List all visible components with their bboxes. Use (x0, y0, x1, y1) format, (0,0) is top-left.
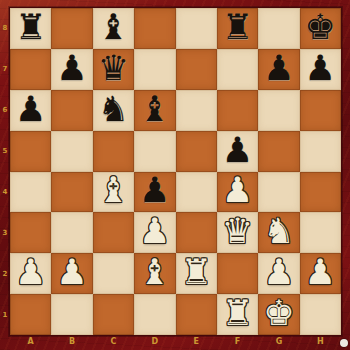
square-c2[interactable] (93, 253, 134, 294)
square-h5[interactable] (300, 131, 341, 172)
square-d4[interactable]: ♟ (134, 172, 175, 213)
square-a5[interactable] (10, 131, 51, 172)
square-h1[interactable] (300, 294, 341, 335)
square-h6[interactable] (300, 90, 341, 131)
square-f6[interactable] (217, 90, 258, 131)
rank-label-5: 5 (0, 131, 10, 172)
file-label-b: B (51, 334, 92, 348)
black-queen-c7[interactable]: ♛ (98, 51, 129, 86)
square-d5[interactable] (134, 131, 175, 172)
square-d8[interactable] (134, 8, 175, 49)
square-f1[interactable]: ♜ (217, 294, 258, 335)
black-rook-f8[interactable]: ♜ (222, 10, 253, 45)
white-pawn-f4[interactable]: ♟ (222, 173, 253, 208)
square-h7[interactable]: ♟ (300, 49, 341, 90)
square-a6[interactable]: ♟ (10, 90, 51, 131)
square-d7[interactable] (134, 49, 175, 90)
file-label-f: F (217, 334, 258, 348)
file-label-a: A (10, 334, 51, 348)
square-g2[interactable]: ♟ (258, 253, 299, 294)
board: ♜♝♜♚♟♛♟♟♟♞♝♟♝♟♟♟♛♞♟♟♝♜♟♟♜♚ (10, 8, 341, 335)
black-knight-c6[interactable]: ♞ (98, 92, 129, 127)
file-labels: ABCDEFGH (10, 334, 341, 348)
black-pawn-b7[interactable]: ♟ (56, 51, 87, 86)
square-e6[interactable] (176, 90, 217, 131)
file-label-e: E (176, 334, 217, 348)
white-to-move-indicator (340, 339, 348, 347)
rank-label-6: 6 (0, 90, 10, 131)
square-b2[interactable]: ♟ (51, 253, 92, 294)
black-king-h8[interactable]: ♚ (305, 10, 336, 45)
square-d2[interactable]: ♝ (134, 253, 175, 294)
square-a2[interactable]: ♟ (10, 253, 51, 294)
square-b6[interactable] (51, 90, 92, 131)
square-g8[interactable] (258, 8, 299, 49)
square-g4[interactable] (258, 172, 299, 213)
square-h3[interactable] (300, 212, 341, 253)
black-bishop-c8[interactable]: ♝ (98, 10, 129, 45)
square-f2[interactable] (217, 253, 258, 294)
file-label-c: C (93, 334, 134, 348)
square-e8[interactable] (176, 8, 217, 49)
rank-labels: 87654321 (0, 8, 10, 335)
square-a1[interactable] (10, 294, 51, 335)
black-pawn-g7[interactable]: ♟ (263, 51, 294, 86)
square-e1[interactable] (176, 294, 217, 335)
white-king-g1[interactable]: ♚ (263, 296, 294, 331)
black-pawn-f5[interactable]: ♟ (222, 133, 253, 168)
black-pawn-a6[interactable]: ♟ (15, 92, 46, 127)
square-e4[interactable] (176, 172, 217, 213)
rank-label-3: 3 (0, 212, 10, 253)
square-g1[interactable]: ♚ (258, 294, 299, 335)
rank-label-4: 4 (0, 172, 10, 213)
square-b7[interactable]: ♟ (51, 49, 92, 90)
square-c4[interactable]: ♝ (93, 172, 134, 213)
square-d3[interactable]: ♟ (134, 212, 175, 253)
rank-label-1: 1 (0, 294, 10, 335)
square-b1[interactable] (51, 294, 92, 335)
square-d6[interactable]: ♝ (134, 90, 175, 131)
black-pawn-d4[interactable]: ♟ (139, 173, 170, 208)
square-c6[interactable]: ♞ (93, 90, 134, 131)
square-f3[interactable]: ♛ (217, 212, 258, 253)
white-queen-f3[interactable]: ♛ (222, 214, 253, 249)
square-a4[interactable] (10, 172, 51, 213)
black-bishop-d6[interactable]: ♝ (139, 92, 170, 127)
square-g5[interactable] (258, 131, 299, 172)
square-c7[interactable]: ♛ (93, 49, 134, 90)
chessboard-screenshot: 87654321 ABCDEFGH ♜♝♜♚♟♛♟♟♟♞♝♟♝♟♟♟♛♞♟♟♝♜… (0, 0, 350, 350)
square-g6[interactable] (258, 90, 299, 131)
square-c5[interactable] (93, 131, 134, 172)
square-f8[interactable]: ♜ (217, 8, 258, 49)
square-g7[interactable]: ♟ (258, 49, 299, 90)
square-e2[interactable]: ♜ (176, 253, 217, 294)
square-d1[interactable] (134, 294, 175, 335)
square-c8[interactable]: ♝ (93, 8, 134, 49)
rank-label-2: 2 (0, 253, 10, 294)
white-knight-g3[interactable]: ♞ (263, 214, 294, 249)
white-bishop-c4[interactable]: ♝ (98, 173, 129, 208)
white-pawn-h2[interactable]: ♟ (305, 255, 336, 290)
file-label-d: D (134, 334, 175, 348)
square-c1[interactable] (93, 294, 134, 335)
square-e5[interactable] (176, 131, 217, 172)
white-rook-e2[interactable]: ♜ (180, 255, 211, 290)
square-a7[interactable] (10, 49, 51, 90)
square-b5[interactable] (51, 131, 92, 172)
square-h4[interactable] (300, 172, 341, 213)
square-h2[interactable]: ♟ (300, 253, 341, 294)
square-g3[interactable]: ♞ (258, 212, 299, 253)
square-a3[interactable] (10, 212, 51, 253)
white-rook-f1[interactable]: ♜ (222, 296, 253, 331)
square-f4[interactable]: ♟ (217, 172, 258, 213)
white-pawn-b2[interactable]: ♟ (56, 255, 87, 290)
file-label-g: G (258, 334, 299, 348)
white-pawn-g2[interactable]: ♟ (263, 255, 294, 290)
square-f7[interactable] (217, 49, 258, 90)
square-b3[interactable] (51, 212, 92, 253)
white-pawn-d3[interactable]: ♟ (139, 214, 170, 249)
square-e3[interactable] (176, 212, 217, 253)
square-h8[interactable]: ♚ (300, 8, 341, 49)
square-e7[interactable] (176, 49, 217, 90)
rank-label-7: 7 (0, 49, 10, 90)
square-b4[interactable] (51, 172, 92, 213)
black-rook-a8[interactable]: ♜ (15, 10, 46, 45)
square-a8[interactable]: ♜ (10, 8, 51, 49)
square-f5[interactable]: ♟ (217, 131, 258, 172)
square-b8[interactable] (51, 8, 92, 49)
white-bishop-d2[interactable]: ♝ (139, 255, 170, 290)
file-label-h: H (300, 334, 341, 348)
black-pawn-h7[interactable]: ♟ (305, 51, 336, 86)
rank-label-8: 8 (0, 8, 10, 49)
square-c3[interactable] (93, 212, 134, 253)
white-pawn-a2[interactable]: ♟ (15, 255, 46, 290)
